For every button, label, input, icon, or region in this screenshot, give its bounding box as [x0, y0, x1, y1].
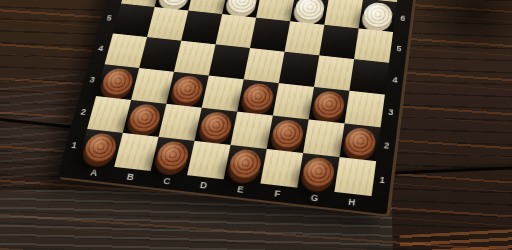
square-h4[interactable] [349, 59, 389, 94]
piece-brown-g3[interactable] [312, 90, 346, 120]
square-g6[interactable] [324, 0, 363, 28]
square-h6[interactable] [359, 0, 397, 32]
piece-white-f6[interactable] [294, 0, 326, 22]
square-h1[interactable] [334, 157, 376, 196]
board-grid [78, 0, 405, 196]
piece-white-h6[interactable] [362, 1, 394, 29]
square-f5[interactable] [285, 21, 325, 55]
board-scene: ABCDEFGH ABCDEFGH 87654321 87654321 [0, 0, 512, 250]
piece-brown-e1[interactable] [227, 148, 263, 180]
piece-brown-a3[interactable] [100, 67, 136, 97]
piece-brown-b2[interactable] [127, 103, 163, 134]
piece-brown-e3[interactable] [241, 82, 275, 112]
piece-brown-g1[interactable] [301, 156, 336, 188]
square-h3[interactable] [345, 91, 385, 128]
square-g2[interactable] [303, 119, 344, 157]
piece-brown-a1[interactable] [82, 132, 119, 163]
square-e1[interactable] [224, 145, 267, 184]
square-e2[interactable] [231, 112, 273, 149]
piece-white-d6[interactable] [226, 0, 259, 15]
square-f4[interactable] [279, 52, 319, 87]
square-g5[interactable] [319, 25, 358, 59]
square-h2[interactable] [340, 123, 381, 161]
checkers-board: ABCDEFGH ABCDEFGH 87654321 87654321 [57, 0, 421, 214]
square-e3[interactable] [237, 79, 279, 115]
square-f2[interactable] [267, 116, 309, 154]
piece-brown-d2[interactable] [198, 111, 233, 142]
square-g4[interactable] [314, 55, 354, 90]
table-background: ABCDEFGH ABCDEFGH 87654321 87654321 [0, 0, 512, 250]
square-e4[interactable] [244, 48, 285, 83]
piece-brown-f2[interactable] [270, 119, 305, 150]
square-f3[interactable] [273, 83, 314, 119]
piece-brown-c1[interactable] [154, 140, 190, 172]
piece-brown-h2[interactable] [343, 127, 377, 158]
square-g1[interactable] [297, 153, 339, 192]
piece-brown-c3[interactable] [170, 75, 205, 105]
square-e5[interactable] [250, 18, 290, 52]
piece-white-b6[interactable] [158, 0, 192, 8]
square-f1[interactable] [260, 149, 303, 188]
square-g3[interactable] [309, 87, 350, 123]
square-h5[interactable] [354, 28, 393, 62]
